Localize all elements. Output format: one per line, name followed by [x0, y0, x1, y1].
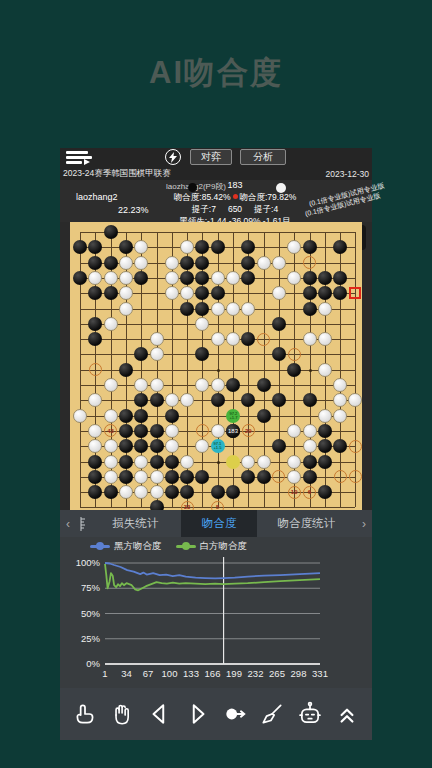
white-stone[interactable] [287, 240, 301, 254]
black-stone[interactable] [180, 256, 194, 270]
ai-mismatch-marker[interactable] [349, 440, 362, 453]
black-stone[interactable] [104, 485, 118, 499]
ai-mismatch-marker[interactable]: 29 [242, 424, 255, 437]
tab-match-stats[interactable]: 吻合度统计 [257, 510, 356, 537]
svg-text:75%: 75% [81, 582, 101, 593]
center-stats: 183 吻合度:85.42%吻合度:79.82% 提子:7 650 提子:4 黑… [160, 180, 310, 228]
stats-tab-bar: ‹ 损失统计 吻合度 吻合度统计 › [60, 510, 372, 537]
black-stone[interactable] [104, 256, 118, 270]
white-stone[interactable] [165, 439, 179, 453]
black-stone[interactable] [88, 485, 102, 499]
ai-mismatch-marker[interactable]: 43 [104, 424, 117, 437]
white-stone[interactable] [318, 332, 332, 346]
app-window: 对弈 分析 2023-24赛季韩国围棋甲联赛 2023-12-30 laozha… [60, 148, 372, 740]
tap-tool-icon[interactable] [70, 699, 100, 729]
white-stone[interactable] [165, 393, 179, 407]
svg-text:1: 1 [102, 668, 107, 679]
ai-mismatch-marker[interactable] [349, 470, 362, 483]
black-stone[interactable] [134, 424, 148, 438]
black-stone[interactable] [88, 240, 102, 254]
white-stone[interactable] [287, 470, 301, 484]
white-stone[interactable] [195, 317, 209, 331]
white-stone[interactable] [257, 256, 271, 270]
black-stone[interactable] [318, 271, 332, 285]
black-stone[interactable] [180, 302, 194, 316]
ai-robot-icon[interactable] [295, 699, 325, 729]
black-stone[interactable] [180, 470, 194, 484]
white-stone[interactable] [104, 439, 118, 453]
clean-board-icon[interactable] [257, 699, 287, 729]
pan-tool-icon[interactable] [107, 699, 137, 729]
black-stone[interactable] [287, 363, 301, 377]
red-square-marker [349, 287, 361, 299]
white-stone[interactable] [150, 332, 164, 346]
white-stone[interactable] [88, 271, 102, 285]
white-stone[interactable] [333, 378, 347, 392]
white-stone[interactable] [318, 409, 332, 423]
ai-candidate-stone[interactable]: 97.2+1.7 [226, 409, 240, 423]
black-stone[interactable] [165, 455, 179, 469]
black-stone[interactable] [257, 409, 271, 423]
white-stone[interactable] [150, 470, 164, 484]
black-stone[interactable] [119, 470, 133, 484]
white-stone[interactable] [104, 317, 118, 331]
white-stone[interactable] [303, 332, 317, 346]
white-stone[interactable] [165, 286, 179, 300]
black-stone[interactable] [150, 393, 164, 407]
black-stone[interactable] [165, 485, 179, 499]
black-stone[interactable] [303, 393, 317, 407]
svg-text:67: 67 [143, 668, 154, 679]
event-title: 2023-24赛季韩国围棋甲联赛 [63, 168, 171, 180]
black-stone[interactable] [73, 240, 87, 254]
white-stone[interactable] [195, 378, 209, 392]
ai-mismatch-marker[interactable]: 6 [303, 486, 316, 499]
white-captures: 提子:4 [254, 204, 278, 216]
white-stone[interactable] [287, 271, 301, 285]
black-stone[interactable] [303, 286, 317, 300]
white-stone[interactable] [104, 378, 118, 392]
black-stone[interactable] [272, 393, 286, 407]
black-stone[interactable] [165, 409, 179, 423]
ai-candidate-stone[interactable]: 97.1+1.5 [211, 439, 225, 453]
black-stone[interactable] [303, 271, 317, 285]
black-stone[interactable] [119, 439, 133, 453]
white-stone[interactable] [303, 424, 317, 438]
ai-mismatch-marker[interactable] [303, 256, 316, 269]
screen: AI吻合度 对弈 分析 2023-24赛季韩国围棋甲联赛 2023-12-30 … [0, 0, 432, 768]
white-stone[interactable] [226, 271, 240, 285]
white-stone[interactable] [226, 302, 240, 316]
black-stone[interactable] [303, 455, 317, 469]
black-stone[interactable] [318, 424, 332, 438]
black-stone[interactable] [195, 286, 209, 300]
black-stone[interactable] [211, 485, 225, 499]
svg-text:232: 232 [248, 668, 264, 679]
white-stone[interactable] [272, 286, 286, 300]
white-stone[interactable] [195, 439, 209, 453]
white-stone[interactable] [211, 271, 225, 285]
white-stone[interactable] [104, 271, 118, 285]
lightning-icon[interactable] [165, 149, 181, 165]
white-stone[interactable] [211, 332, 225, 346]
black-stone[interactable] [241, 256, 255, 270]
play-stone-icon[interactable] [220, 699, 250, 729]
tabs-next-chevron[interactable]: › [356, 510, 372, 537]
svg-text:265: 265 [269, 668, 285, 679]
black-stone[interactable] [195, 271, 209, 285]
svg-text:100: 100 [162, 668, 178, 679]
black-stone-icon [188, 183, 197, 192]
white-stone[interactable] [180, 286, 194, 300]
legend-black-series: 黑方吻合度 [90, 540, 162, 553]
black-stone[interactable] [195, 256, 209, 270]
ai-mismatch-marker[interactable]: 10 [288, 486, 301, 499]
black-stone[interactable] [318, 439, 332, 453]
black-captures: 提子:7 [192, 204, 216, 216]
white-stone[interactable] [73, 409, 87, 423]
tab-analyze[interactable]: 分析 [240, 149, 286, 165]
ruler-icon [76, 510, 90, 537]
white-stone[interactable] [104, 409, 118, 423]
black-stone[interactable] [195, 347, 209, 361]
white-stone[interactable] [165, 256, 179, 270]
svg-text:199: 199 [226, 668, 242, 679]
black-stone[interactable] [272, 439, 286, 453]
white-stone[interactable] [88, 424, 102, 438]
white-stone[interactable] [150, 378, 164, 392]
black-stone[interactable] [211, 393, 225, 407]
black-stone[interactable] [119, 455, 133, 469]
black-stone[interactable] [134, 393, 148, 407]
match-rate-chart[interactable]: 100%75%50%25%0%1346710013316619923226529… [60, 555, 372, 688]
white-stone[interactable] [180, 455, 194, 469]
black-stone[interactable] [241, 240, 255, 254]
white-stone[interactable] [119, 256, 133, 270]
ai-mismatch-marker[interactable] [334, 470, 347, 483]
last-move-stone[interactable]: 183 [226, 424, 240, 438]
black-stone[interactable] [303, 240, 317, 254]
ai-mismatch-marker[interactable] [89, 363, 102, 376]
white-stone[interactable] [257, 455, 271, 469]
ai-mismatch-marker[interactable] [288, 348, 301, 361]
go-board[interactable]: 432910633597.2+1.797.1+1.5183 [70, 222, 362, 510]
black-stone[interactable] [195, 240, 209, 254]
watermark: (0.1倍专业版)试用专业版 (0.1倍专业版)试用专业版 [308, 184, 370, 222]
bottom-toolbar [60, 688, 372, 740]
svg-text:50%: 50% [81, 608, 101, 619]
white-stone[interactable] [134, 470, 148, 484]
black-stone[interactable] [88, 455, 102, 469]
black-player-name: laozhang2 [76, 192, 118, 202]
white-stone[interactable] [241, 455, 255, 469]
black-stone[interactable] [88, 256, 102, 270]
white-stone[interactable] [165, 424, 179, 438]
svg-text:133: 133 [183, 668, 199, 679]
page-title: AI吻合度 [0, 52, 432, 94]
tab-loss-stats[interactable]: 损失统计 [90, 510, 181, 537]
svg-text:331: 331 [312, 668, 328, 679]
black-stone[interactable] [333, 240, 347, 254]
expand-panel-icon[interactable] [332, 699, 362, 729]
black-stone[interactable] [150, 424, 164, 438]
top-bar: 对弈 分析 [60, 148, 372, 167]
black-winrate: 22.23% [118, 205, 149, 215]
event-date: 2023-12-30 [326, 169, 369, 179]
black-stone[interactable] [211, 286, 225, 300]
black-stone[interactable] [241, 271, 255, 285]
white-stone[interactable] [119, 302, 133, 316]
black-stone[interactable] [88, 332, 102, 346]
white-stone[interactable] [180, 240, 194, 254]
white-stone[interactable] [134, 455, 148, 469]
svg-text:166: 166 [205, 668, 221, 679]
legend-white-series: 白方吻合度 [176, 540, 248, 553]
green-line-icon [176, 545, 196, 548]
white-stone[interactable] [104, 455, 118, 469]
white-stone[interactable] [333, 409, 347, 423]
next-move-icon[interactable] [182, 699, 212, 729]
black-stone[interactable] [195, 470, 209, 484]
black-stone[interactable] [226, 378, 240, 392]
black-stone[interactable] [272, 347, 286, 361]
white-stone[interactable] [134, 256, 148, 270]
white-stone[interactable] [180, 393, 194, 407]
black-stone[interactable] [165, 470, 179, 484]
white-stone[interactable] [287, 424, 301, 438]
black-stone[interactable] [180, 271, 194, 285]
black-stone[interactable] [257, 378, 271, 392]
series-黑方吻合度 [105, 563, 320, 578]
tab-play[interactable]: 对弈 [190, 149, 232, 165]
white-stone[interactable] [241, 302, 255, 316]
blue-line-icon [90, 545, 110, 548]
black-stone[interactable] [134, 409, 148, 423]
white-stone[interactable] [119, 286, 133, 300]
black-stone[interactable] [119, 240, 133, 254]
white-stone[interactable] [211, 378, 225, 392]
prev-move-icon[interactable] [145, 699, 175, 729]
white-stone[interactable] [104, 470, 118, 484]
tab-match-rate[interactable]: 吻合度 [181, 510, 257, 537]
white-stone[interactable] [318, 363, 332, 377]
black-stone[interactable] [257, 470, 271, 484]
white-stone[interactable] [119, 485, 133, 499]
black-stone[interactable] [150, 455, 164, 469]
white-stone[interactable] [119, 271, 133, 285]
red-dot-icon [233, 194, 238, 199]
menu-icon[interactable] [66, 151, 92, 164]
black-match-rate: 吻合度:85.42% [174, 192, 231, 202]
white-stone[interactable] [211, 302, 225, 316]
black-stone[interactable] [134, 439, 148, 453]
time-value: 650 [228, 204, 242, 216]
svg-text:100%: 100% [76, 557, 101, 568]
black-stone[interactable] [180, 485, 194, 499]
black-stone[interactable] [241, 470, 255, 484]
info-bar: 2023-24赛季韩国围棋甲联赛 2023-12-30 [60, 167, 372, 180]
white-stone-icon [276, 183, 286, 193]
white-stone[interactable] [272, 256, 286, 270]
chart-legend: 黑方吻合度 白方吻合度 [60, 537, 372, 555]
svg-text:298: 298 [291, 668, 307, 679]
svg-text:25%: 25% [81, 633, 101, 644]
black-stone[interactable] [119, 363, 133, 377]
black-stone[interactable] [226, 485, 240, 499]
black-stone[interactable] [333, 271, 347, 285]
white-stone[interactable] [88, 393, 102, 407]
white-stone[interactable] [134, 485, 148, 499]
ai-mismatch-marker[interactable] [257, 333, 270, 346]
black-stone[interactable] [211, 240, 225, 254]
tabs-prev-chevron[interactable]: ‹ [60, 510, 76, 537]
white-stone[interactable] [134, 240, 148, 254]
black-stone[interactable] [303, 302, 317, 316]
white-stone[interactable] [318, 302, 332, 316]
black-stone[interactable] [318, 485, 332, 499]
white-stone[interactable] [150, 347, 164, 361]
ai-candidate-stone[interactable] [226, 455, 240, 469]
black-stone[interactable] [333, 439, 347, 453]
black-stone[interactable] [134, 347, 148, 361]
white-stone[interactable] [211, 424, 225, 438]
ai-mismatch-marker[interactable] [272, 470, 285, 483]
black-stone[interactable] [333, 286, 347, 300]
black-stone[interactable] [134, 271, 148, 285]
black-stone[interactable] [318, 286, 332, 300]
white-match-rate: 吻合度:79.82% [240, 192, 297, 202]
svg-text:0%: 0% [86, 658, 100, 669]
ai-mismatch-marker[interactable] [196, 424, 209, 437]
series-白方吻合度 [105, 564, 320, 590]
black-stone[interactable] [88, 470, 102, 484]
black-stone[interactable] [318, 455, 332, 469]
white-stone[interactable] [134, 378, 148, 392]
black-stone[interactable] [73, 271, 87, 285]
svg-text:34: 34 [121, 668, 132, 679]
white-stone[interactable] [226, 332, 240, 346]
white-stone[interactable] [303, 439, 317, 453]
white-stone[interactable] [88, 439, 102, 453]
black-stone[interactable] [241, 393, 255, 407]
move-number: 183 [227, 180, 242, 190]
black-stone[interactable] [119, 409, 133, 423]
white-stone[interactable] [287, 455, 301, 469]
black-stone[interactable] [104, 286, 118, 300]
white-stone[interactable] [333, 393, 347, 407]
black-stone[interactable] [303, 470, 317, 484]
black-stone[interactable] [88, 317, 102, 331]
black-stone[interactable] [150, 439, 164, 453]
black-stone[interactable] [195, 302, 209, 316]
black-stone[interactable] [119, 424, 133, 438]
white-stone[interactable] [348, 393, 362, 407]
white-stone[interactable] [150, 485, 164, 499]
black-stone[interactable] [272, 317, 286, 331]
white-stone[interactable] [165, 271, 179, 285]
black-stone[interactable] [241, 332, 255, 346]
black-stone[interactable] [104, 225, 118, 239]
black-stone[interactable] [88, 286, 102, 300]
player-panel: laozhang2 laozhang2(P9段) 22.23% 183 吻合度:… [60, 180, 372, 222]
